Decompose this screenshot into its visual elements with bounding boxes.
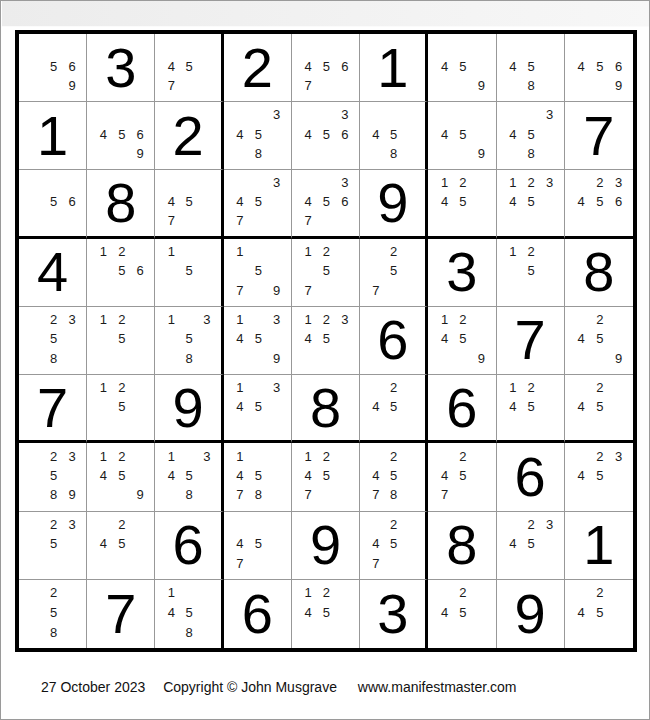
pencil-mark-empty [231, 105, 249, 124]
pencil-mark: 4 [299, 56, 317, 75]
pencil-mark-empty [249, 211, 267, 230]
sudoku-cell-r5c9[interactable]: 2459 [565, 307, 633, 375]
sudoku-cell-r5c2[interactable]: 125 [87, 307, 155, 375]
sudoku-cell-r6c8[interactable]: 1245 [497, 375, 565, 443]
sudoku-cell-r2c6[interactable]: 458 [360, 102, 428, 170]
pencil-mark: 3 [540, 173, 558, 192]
pencil-mark: 6 [336, 56, 354, 75]
pencil-mark-empty [267, 261, 285, 280]
pencil-mark: 4 [231, 466, 249, 485]
pencil-mark: 4 [504, 56, 522, 75]
pencil-mark-empty [198, 76, 216, 95]
pencil-mark-empty [609, 310, 628, 329]
sudoku-cell-r9c4[interactable]: 6 [224, 580, 292, 648]
pencil-marks: 1458 [155, 580, 220, 648]
pencil-mark-empty [249, 105, 267, 124]
pencil-mark-empty [504, 515, 522, 534]
sudoku-cell-r4c2[interactable]: 1256 [87, 239, 155, 307]
sudoku-cell-r5c7[interactable]: 12459 [428, 307, 496, 375]
pencil-mark-empty [198, 466, 216, 485]
pencil-marks: 125 [497, 239, 564, 306]
pencil-mark: 5 [249, 534, 267, 553]
sudoku-cell-r7c5[interactable]: 12457 [292, 443, 360, 511]
pencil-marks: 12459 [87, 443, 154, 510]
pencil-mark: 1 [299, 583, 317, 603]
pencil-mark-empty [180, 211, 198, 230]
pencil-mark-empty [367, 416, 385, 435]
pencil-mark: 1 [504, 242, 522, 261]
pencil-mark-empty [162, 485, 180, 504]
pencil-marks: 125 [87, 307, 154, 374]
sudoku-cell-r6c7[interactable]: 6 [428, 375, 496, 443]
pencil-mark-empty [94, 416, 112, 435]
pencil-mark-empty [94, 105, 112, 124]
pencil-mark-empty [26, 211, 44, 230]
pencil-mark-empty [591, 622, 610, 642]
pencil-mark: 5 [44, 329, 62, 348]
pencil-marks: 235 [19, 512, 86, 579]
pencil-marks: 569 [19, 34, 86, 101]
pencil-mark: 5 [249, 192, 267, 211]
sudoku-cell-r4c9[interactable]: 8 [565, 239, 633, 307]
sudoku-cell-r1c1[interactable]: 569 [19, 34, 87, 102]
pencil-mark-empty [26, 622, 44, 642]
sudoku-cell-r8c6[interactable]: 2457 [360, 512, 428, 580]
pencil-mark-empty [63, 534, 81, 553]
pencil-mark-empty [131, 280, 149, 299]
pencil-mark: 1 [162, 310, 180, 329]
pencil-mark-empty [336, 242, 354, 261]
pencil-mark-empty [26, 485, 44, 504]
pencil-mark-empty [180, 583, 198, 603]
sudoku-cell-r8c7[interactable]: 8 [428, 512, 496, 580]
pencil-mark-empty [472, 466, 490, 485]
sudoku-cell-r1c7[interactable]: 459 [428, 34, 496, 102]
sudoku-cell-r4c6[interactable]: 257 [360, 239, 428, 307]
pencil-mark-empty [540, 280, 558, 299]
pencil-mark: 6 [609, 56, 628, 75]
pencil-mark-empty [454, 211, 472, 230]
sudoku-cell-r3c5[interactable]: 34567 [292, 170, 360, 238]
sudoku-cell-r6c2[interactable]: 125 [87, 375, 155, 443]
pencil-mark-empty [336, 603, 354, 623]
pencil-mark: 7 [162, 76, 180, 95]
sudoku-cell-r9c3[interactable]: 1458 [155, 580, 223, 648]
sudoku-cell-r5c5[interactable]: 12345 [292, 307, 360, 375]
pencil-marks: 1257 [292, 239, 359, 306]
pencil-mark: 6 [336, 125, 354, 144]
pencil-mark: 5 [454, 125, 472, 144]
pencil-mark-empty [299, 622, 317, 642]
sudoku-cell-r4c5[interactable]: 1257 [292, 239, 360, 307]
sudoku-cell-r1c6[interactable]: 1 [360, 34, 428, 102]
sudoku-cell-r5c6[interactable]: 6 [360, 307, 428, 375]
pencil-mark: 9 [131, 485, 149, 504]
pencil-mark-empty [26, 192, 44, 211]
sudoku-cell-r1c2[interactable]: 3 [87, 34, 155, 102]
pencil-marks: 14578 [224, 443, 291, 510]
pencil-mark: 5 [522, 125, 540, 144]
pencil-mark-empty [63, 583, 81, 603]
pencil-mark: 5 [44, 466, 62, 485]
footer-website[interactable]: www.manifestmaster.com [358, 679, 517, 695]
sudoku-cell-r2c3[interactable]: 2 [155, 102, 223, 170]
pencil-mark: 2 [113, 378, 131, 397]
given-digit: 3 [87, 34, 154, 101]
pencil-mark-empty [162, 329, 180, 348]
sudoku-cell-r1c5[interactable]: 4567 [292, 34, 360, 102]
pencil-mark-empty [367, 144, 385, 163]
sudoku-cell-r8c9[interactable]: 1 [565, 512, 633, 580]
pencil-mark: 5 [317, 192, 335, 211]
pencil-mark: 2 [44, 310, 62, 329]
pencil-mark-empty [472, 603, 490, 623]
pencil-mark: 4 [367, 125, 385, 144]
sudoku-cell-r2c4[interactable]: 3458 [224, 102, 292, 170]
pencil-mark: 4 [572, 329, 591, 348]
pencil-mark: 5 [591, 466, 610, 485]
sudoku-cell-r7c2[interactable]: 12459 [87, 443, 155, 511]
pencil-marks: 23589 [19, 443, 86, 510]
pencil-mark-empty [44, 553, 62, 572]
sudoku-cell-r3c1[interactable]: 56 [19, 170, 87, 238]
pencil-mark: 5 [113, 466, 131, 485]
sudoku-cell-r6c4[interactable]: 1345 [224, 375, 292, 443]
sudoku-cell-r5c1[interactable]: 2358 [19, 307, 87, 375]
pencil-mark-empty [131, 515, 149, 534]
pencil-mark: 4 [367, 397, 385, 416]
pencil-marks: 459 [428, 34, 495, 101]
pencil-mark-empty [572, 310, 591, 329]
pencil-marks: 13459 [224, 307, 291, 374]
pencil-mark-empty [403, 485, 421, 504]
pencil-mark-empty [26, 466, 44, 485]
sudoku-cell-r4c7[interactable]: 3 [428, 239, 496, 307]
pencil-mark: 3 [267, 310, 285, 329]
pencil-mark-empty [572, 622, 591, 642]
pencil-mark: 4 [162, 56, 180, 75]
pencil-mark-empty [317, 144, 335, 163]
pencil-mark-empty [336, 583, 354, 603]
pencil-mark-empty [249, 446, 267, 465]
pencil-mark-empty [26, 329, 44, 348]
pencil-marks: 458 [360, 102, 425, 169]
pencil-mark-empty [385, 280, 403, 299]
pencil-mark-empty [26, 349, 44, 368]
pencil-mark: 7 [435, 485, 453, 504]
pencil-mark: 8 [385, 485, 403, 504]
sudoku-cell-r7c3[interactable]: 13458 [155, 443, 223, 511]
pencil-marks: 459 [428, 102, 495, 169]
pencil-mark-empty [336, 349, 354, 368]
pencil-mark: 2 [454, 583, 472, 603]
pencil-mark: 8 [180, 485, 198, 504]
page: 5693457245671459458456914569234583456458… [0, 0, 650, 720]
pencil-marks: 4569 [565, 34, 633, 101]
pencil-mark-empty [454, 105, 472, 124]
pencil-mark-empty [472, 485, 490, 504]
pencil-mark-empty [63, 466, 81, 485]
pencil-marks: 245 [360, 375, 425, 440]
sudoku-cell-r3c3[interactable]: 457 [155, 170, 223, 238]
pencil-mark-empty [267, 534, 285, 553]
pencil-mark-empty [231, 515, 249, 534]
pencil-mark-empty [403, 534, 421, 553]
sudoku-cell-r9c6[interactable]: 3 [360, 580, 428, 648]
pencil-mark: 5 [591, 56, 610, 75]
pencil-marks: 2345 [565, 443, 633, 510]
pencil-mark: 7 [162, 211, 180, 230]
sudoku-cell-r3c6[interactable]: 9 [360, 170, 428, 238]
pencil-marks: 12345 [292, 307, 359, 374]
pencil-mark-empty [540, 37, 558, 56]
sudoku-cell-r3c9[interactable]: 23456 [565, 170, 633, 238]
sudoku-cell-r2c5[interactable]: 3456 [292, 102, 360, 170]
pencil-mark: 1 [504, 378, 522, 397]
pencil-mark: 4 [231, 125, 249, 144]
pencil-mark-empty [591, 349, 610, 368]
pencil-mark-empty [198, 192, 216, 211]
pencil-mark-empty [572, 485, 591, 504]
pencil-marks: 245 [565, 375, 633, 440]
pencil-mark-empty [26, 37, 44, 56]
pencil-marks: 1256 [87, 239, 154, 306]
pencil-mark-empty [231, 349, 249, 368]
sudoku-cell-r1c9[interactable]: 4569 [565, 34, 633, 102]
pencil-mark: 5 [591, 329, 610, 348]
pencil-mark: 5 [591, 397, 610, 416]
sudoku-cell-r9c2[interactable]: 7 [87, 580, 155, 648]
pencil-mark-empty [504, 261, 522, 280]
pencil-mark-empty [131, 310, 149, 329]
pencil-mark: 7 [231, 211, 249, 230]
pencil-mark-empty [504, 76, 522, 95]
pencil-marks: 13458 [155, 443, 220, 510]
pencil-mark: 5 [113, 534, 131, 553]
pencil-mark-empty [198, 242, 216, 261]
pencil-mark-empty [162, 173, 180, 192]
pencil-mark-empty [267, 192, 285, 211]
pencil-mark-empty [231, 173, 249, 192]
sudoku-cell-r7c4[interactable]: 14578 [224, 443, 292, 511]
sudoku-cell-r4c3[interactable]: 15 [155, 239, 223, 307]
pencil-mark-empty [94, 515, 112, 534]
sudoku-cell-r1c3[interactable]: 457 [155, 34, 223, 102]
pencil-mark: 9 [609, 76, 628, 95]
pencil-mark: 9 [472, 76, 490, 95]
sudoku-cell-r2c8[interactable]: 3458 [497, 102, 565, 170]
sudoku-cell-r6c1[interactable]: 7 [19, 375, 87, 443]
given-digit: 9 [360, 170, 425, 235]
pencil-mark-empty [44, 211, 62, 230]
pencil-mark-empty [198, 349, 216, 368]
pencil-mark-empty [522, 416, 540, 435]
sudoku-cell-r9c8[interactable]: 9 [497, 580, 565, 648]
sudoku-cell-r7c9[interactable]: 2345 [565, 443, 633, 511]
sudoku-cell-r5c4[interactable]: 13459 [224, 307, 292, 375]
pencil-mark: 5 [249, 125, 267, 144]
pencil-mark-empty [317, 349, 335, 368]
pencil-mark: 7 [231, 553, 249, 572]
pencil-mark-empty [198, 280, 216, 299]
pencil-mark-empty [113, 105, 131, 124]
sudoku-cell-r8c5[interactable]: 9 [292, 512, 360, 580]
sudoku-cell-r2c2[interactable]: 4569 [87, 102, 155, 170]
pencil-mark: 5 [591, 603, 610, 623]
pencil-mark-empty [198, 261, 216, 280]
sudoku-cell-r8c3[interactable]: 6 [155, 512, 223, 580]
pencil-mark-empty [572, 211, 591, 230]
pencil-marks: 12457 [292, 443, 359, 510]
pencil-mark: 1 [94, 378, 112, 397]
pencil-mark-empty [472, 622, 490, 642]
pencil-mark: 5 [249, 329, 267, 348]
pencil-mark: 4 [504, 192, 522, 211]
pencil-mark-empty [504, 144, 522, 163]
sudoku-cell-r7c8[interactable]: 6 [497, 443, 565, 511]
sudoku-cell-r8c2[interactable]: 245 [87, 512, 155, 580]
pencil-mark: 3 [198, 446, 216, 465]
pencil-mark-empty [180, 37, 198, 56]
pencil-mark: 6 [609, 192, 628, 211]
sudoku-cell-r3c4[interactable]: 3457 [224, 170, 292, 238]
pencil-mark: 5 [249, 261, 267, 280]
pencil-mark-empty [26, 446, 44, 465]
pencil-mark: 3 [540, 515, 558, 534]
sudoku-cell-r3c8[interactable]: 12345 [497, 170, 565, 238]
pencil-marks: 1245 [428, 170, 495, 235]
pencil-mark: 5 [44, 534, 62, 553]
pencil-mark: 5 [522, 192, 540, 211]
pencil-mark: 4 [572, 397, 591, 416]
pencil-mark: 5 [180, 261, 198, 280]
pencil-mark-empty [403, 446, 421, 465]
sudoku-cell-r4c1[interactable]: 4 [19, 239, 87, 307]
sudoku-cell-r7c1[interactable]: 23589 [19, 443, 87, 511]
pencil-mark-empty [454, 349, 472, 368]
pencil-mark-empty [572, 37, 591, 56]
given-digit: 9 [155, 375, 220, 440]
pencil-mark: 5 [385, 397, 403, 416]
pencil-mark-empty [336, 622, 354, 642]
pencil-mark: 6 [63, 56, 81, 75]
sudoku-cell-r3c7[interactable]: 1245 [428, 170, 496, 238]
pencil-mark-empty [435, 446, 453, 465]
pencil-mark-empty [504, 211, 522, 230]
pencil-mark: 5 [385, 466, 403, 485]
pencil-mark: 4 [231, 397, 249, 416]
pencil-mark: 8 [44, 349, 62, 368]
pencil-mark: 4 [435, 192, 453, 211]
pencil-mark: 5 [180, 56, 198, 75]
pencil-mark-empty [472, 211, 490, 230]
pencil-mark: 2 [317, 242, 335, 261]
pencil-marks: 457 [224, 512, 291, 579]
pencil-mark: 4 [94, 125, 112, 144]
pencil-mark-empty [249, 173, 267, 192]
pencil-mark: 7 [231, 280, 249, 299]
pencil-mark: 4 [94, 534, 112, 553]
pencil-mark-empty [198, 37, 216, 56]
pencil-mark-empty [385, 553, 403, 572]
pencil-mark: 1 [299, 310, 317, 329]
sudoku-cell-r7c6[interactable]: 24578 [360, 443, 428, 511]
pencil-mark-empty [113, 144, 131, 163]
pencil-mark-empty [267, 466, 285, 485]
sudoku-cell-r6c6[interactable]: 245 [360, 375, 428, 443]
sudoku-cell-r8c1[interactable]: 235 [19, 512, 87, 580]
sudoku-cell-r1c4[interactable]: 2 [224, 34, 292, 102]
sudoku-cell-r6c5[interactable]: 8 [292, 375, 360, 443]
sudoku-cell-r9c9[interactable]: 245 [565, 580, 633, 648]
pencil-mark: 5 [317, 329, 335, 348]
pencil-mark-empty [26, 515, 44, 534]
pencil-mark-empty [367, 515, 385, 534]
sudoku-cell-r9c1[interactable]: 258 [19, 580, 87, 648]
pencil-mark: 5 [180, 466, 198, 485]
pencil-marks: 245 [87, 512, 154, 579]
pencil-mark: 1 [231, 446, 249, 465]
pencil-mark-empty [336, 37, 354, 56]
sudoku-cell-r2c9[interactable]: 7 [565, 102, 633, 170]
sudoku-cell-r2c7[interactable]: 459 [428, 102, 496, 170]
sudoku-cell-r1c8[interactable]: 458 [497, 34, 565, 102]
pencil-mark-empty [198, 622, 216, 642]
pencil-mark: 5 [113, 329, 131, 348]
sudoku-cell-r6c3[interactable]: 9 [155, 375, 223, 443]
pencil-marks: 24578 [360, 443, 425, 510]
sudoku-cell-r9c5[interactable]: 1245 [292, 580, 360, 648]
sudoku-cell-r5c3[interactable]: 1358 [155, 307, 223, 375]
sudoku-cell-r7c7[interactable]: 2457 [428, 443, 496, 511]
sudoku-cell-r4c8[interactable]: 125 [497, 239, 565, 307]
given-digit: 1 [360, 34, 425, 101]
pencil-mark: 4 [572, 466, 591, 485]
pencil-mark: 7 [299, 211, 317, 230]
sudoku-cell-r8c4[interactable]: 457 [224, 512, 292, 580]
sudoku-cell-r8c8[interactable]: 2345 [497, 512, 565, 580]
pencil-mark: 2 [317, 310, 335, 329]
sudoku-cell-r2c1[interactable]: 1 [19, 102, 87, 170]
pencil-mark-empty [94, 553, 112, 572]
pencil-mark-empty [367, 242, 385, 261]
pencil-mark: 1 [231, 310, 249, 329]
pencil-mark: 4 [299, 329, 317, 348]
pencil-mark-empty [231, 144, 249, 163]
pencil-mark-empty [63, 622, 81, 642]
pencil-mark: 9 [267, 280, 285, 299]
sudoku-cell-r3c2[interactable]: 8 [87, 170, 155, 238]
pencil-mark: 2 [454, 446, 472, 465]
sudoku-cell-r6c9[interactable]: 245 [565, 375, 633, 443]
sudoku-cell-r9c7[interactable]: 245 [428, 580, 496, 648]
pencil-marks: 34567 [292, 170, 359, 235]
pencil-mark-empty [267, 416, 285, 435]
pencil-mark-empty [26, 603, 44, 623]
pencil-mark-empty [591, 76, 610, 95]
pencil-mark-empty [317, 105, 335, 124]
pencil-mark-empty [403, 378, 421, 397]
pencil-mark: 2 [385, 242, 403, 261]
pencil-mark-empty [609, 37, 628, 56]
sudoku-cell-r5c8[interactable]: 7 [497, 307, 565, 375]
pencil-mark-empty [504, 553, 522, 572]
pencil-marks: 245 [565, 580, 633, 648]
sudoku-cell-r4c4[interactable]: 1579 [224, 239, 292, 307]
pencil-mark-empty [131, 105, 149, 124]
pencil-mark-empty [267, 515, 285, 534]
pencil-marks: 457 [155, 34, 220, 101]
